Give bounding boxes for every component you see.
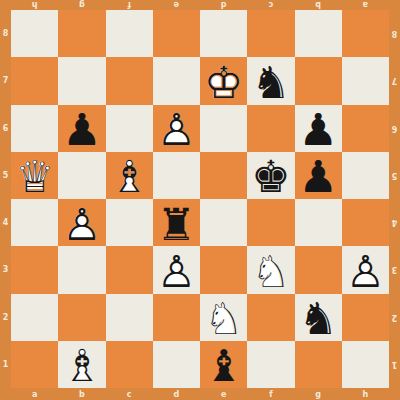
rank-label-right-3: 3: [389, 246, 400, 293]
black-pawn[interactable]: ♟: [298, 155, 337, 199]
white-bishop[interactable]: ♝♗: [109, 155, 148, 199]
coords-left: 87654321: [0, 10, 11, 388]
black-pawn[interactable]: ♟: [62, 108, 101, 152]
square-d6[interactable]: ♟♙: [153, 105, 200, 152]
square-h3[interactable]: ♟♙: [342, 246, 389, 293]
white-knight-outline: ♘: [251, 246, 290, 297]
square-f4[interactable]: [247, 199, 294, 246]
square-d4[interactable]: ♜: [153, 199, 200, 246]
rank-label-left-8: 8: [0, 10, 11, 57]
file-label-bottom-f: f: [247, 388, 294, 400]
square-e5[interactable]: [200, 152, 247, 199]
square-d8[interactable]: [153, 10, 200, 57]
rank-label-left-1: 1: [0, 341, 11, 388]
square-h2[interactable]: [342, 294, 389, 341]
square-g6[interactable]: ♟: [295, 105, 342, 152]
white-knight-outline: ♘: [204, 293, 243, 344]
black-knight-glyph: ♞: [298, 293, 337, 344]
square-f2[interactable]: [247, 294, 294, 341]
square-h4[interactable]: [342, 199, 389, 246]
rank-label-left-5: 5: [0, 152, 11, 199]
black-knight-glyph: ♞: [251, 57, 290, 108]
square-f5[interactable]: ♚: [247, 152, 294, 199]
square-e8[interactable]: [200, 10, 247, 57]
square-c6[interactable]: [106, 105, 153, 152]
file-label-top-g: g: [58, 0, 105, 10]
rank-label-right-2: 2: [389, 294, 400, 341]
file-label-bottom-d: d: [153, 388, 200, 400]
coords-right: 87654321: [389, 10, 400, 388]
square-a2[interactable]: [11, 294, 58, 341]
file-label-top-b: b: [295, 0, 342, 10]
white-king-outline: ♔: [204, 57, 243, 108]
file-label-bottom-a: a: [11, 388, 58, 400]
square-h7[interactable]: [342, 57, 389, 104]
square-d5[interactable]: [153, 152, 200, 199]
white-bishop-outline: ♗: [109, 151, 148, 202]
file-label-top-f: f: [106, 0, 153, 10]
coords-top: abcdefgh: [11, 0, 389, 10]
square-c3[interactable]: [106, 246, 153, 293]
square-f8[interactable]: [247, 10, 294, 57]
white-pawn-outline: ♙: [62, 199, 101, 250]
file-label-top-h: h: [11, 0, 58, 10]
rank-label-left-7: 7: [0, 57, 11, 104]
square-b7[interactable]: [58, 57, 105, 104]
square-e1[interactable]: ♝: [200, 341, 247, 388]
white-pawn[interactable]: ♟♙: [62, 203, 101, 247]
square-c1[interactable]: [106, 341, 153, 388]
square-g2[interactable]: ♞: [295, 294, 342, 341]
black-knight[interactable]: ♞: [251, 61, 290, 105]
square-b5[interactable]: [58, 152, 105, 199]
square-c8[interactable]: [106, 10, 153, 57]
square-g7[interactable]: [295, 57, 342, 104]
rank-label-right-1: 1: [389, 341, 400, 388]
square-b6[interactable]: ♟: [58, 105, 105, 152]
black-pawn-glyph: ♟: [298, 104, 337, 155]
black-pawn[interactable]: ♟: [298, 108, 337, 152]
rank-label-left-6: 6: [0, 105, 11, 152]
square-a7[interactable]: [11, 57, 58, 104]
file-label-top-d: d: [200, 0, 247, 10]
board: ♚♔♞♟♟♙♟♛♕♝♗♚♟♟♙♜♟♙♞♘♟♙♞♘♞♝♗♝: [11, 10, 389, 388]
white-king[interactable]: ♚♔: [204, 61, 243, 105]
square-c5[interactable]: ♝♗: [106, 152, 153, 199]
file-label-bottom-c: c: [106, 388, 153, 400]
white-bishop-outline: ♗: [62, 340, 101, 391]
white-bishop[interactable]: ♝♗: [62, 344, 101, 388]
square-e6[interactable]: [200, 105, 247, 152]
white-pawn[interactable]: ♟♙: [346, 250, 385, 294]
square-e2[interactable]: ♞♘: [200, 294, 247, 341]
file-label-bottom-g: g: [295, 388, 342, 400]
square-g4[interactable]: [295, 199, 342, 246]
black-rook-glyph: ♜: [157, 199, 196, 250]
square-g8[interactable]: [295, 10, 342, 57]
file-label-top-a: a: [342, 0, 389, 10]
square-c2[interactable]: [106, 294, 153, 341]
rank-label-right-4: 4: [389, 199, 400, 246]
square-b4[interactable]: ♟♙: [58, 199, 105, 246]
square-d2[interactable]: [153, 294, 200, 341]
square-a6[interactable]: [11, 105, 58, 152]
square-d3[interactable]: ♟♙: [153, 246, 200, 293]
white-pawn-outline: ♙: [157, 104, 196, 155]
square-a3[interactable]: [11, 246, 58, 293]
square-f6[interactable]: [247, 105, 294, 152]
rank-label-left-4: 4: [0, 199, 11, 246]
black-bishop[interactable]: ♝: [204, 344, 243, 388]
square-f7[interactable]: ♞: [247, 57, 294, 104]
square-b3[interactable]: [58, 246, 105, 293]
square-e7[interactable]: ♚♔: [200, 57, 247, 104]
square-a5[interactable]: ♛♕: [11, 152, 58, 199]
square-a1[interactable]: [11, 341, 58, 388]
rank-label-right-6: 6: [389, 105, 400, 152]
square-a4[interactable]: [11, 199, 58, 246]
square-g1[interactable]: [295, 341, 342, 388]
black-king-glyph: ♚: [251, 151, 290, 202]
white-pawn[interactable]: ♟♙: [157, 108, 196, 152]
square-c7[interactable]: [106, 57, 153, 104]
square-h5[interactable]: [342, 152, 389, 199]
black-king[interactable]: ♚: [251, 155, 290, 199]
square-f1[interactable]: [247, 341, 294, 388]
rank-label-right-7: 7: [389, 57, 400, 104]
rank-label-left-3: 3: [0, 246, 11, 293]
white-pawn[interactable]: ♟♙: [157, 250, 196, 294]
rank-label-right-8: 8: [389, 10, 400, 57]
square-h1[interactable]: [342, 341, 389, 388]
square-b2[interactable]: [58, 294, 105, 341]
square-g5[interactable]: ♟: [295, 152, 342, 199]
black-knight[interactable]: ♞: [298, 297, 337, 341]
square-g3[interactable]: [295, 246, 342, 293]
black-rook[interactable]: ♜: [157, 203, 196, 247]
square-d1[interactable]: [153, 341, 200, 388]
white-knight[interactable]: ♞♘: [204, 297, 243, 341]
white-pawn-outline: ♙: [157, 246, 196, 297]
chessboard-frame: abcdefgh abcdefgh 87654321 87654321 ♚♔♞♟…: [0, 0, 400, 400]
square-d7[interactable]: [153, 57, 200, 104]
file-label-top-e: e: [153, 0, 200, 10]
white-knight[interactable]: ♞♘: [251, 250, 290, 294]
white-queen[interactable]: ♛♕: [15, 155, 54, 199]
square-c4[interactable]: [106, 199, 153, 246]
file-label-top-c: c: [247, 0, 294, 10]
square-h6[interactable]: [342, 105, 389, 152]
black-pawn-glyph: ♟: [298, 151, 337, 202]
square-e4[interactable]: [200, 199, 247, 246]
black-pawn-glyph: ♟: [62, 104, 101, 155]
white-queen-outline: ♕: [15, 151, 54, 202]
square-b1[interactable]: ♝♗: [58, 341, 105, 388]
black-bishop-glyph: ♝: [204, 340, 243, 391]
rank-label-left-2: 2: [0, 294, 11, 341]
white-pawn-outline: ♙: [346, 246, 385, 297]
square-a8[interactable]: [11, 10, 58, 57]
square-f3[interactable]: ♞♘: [247, 246, 294, 293]
file-label-bottom-h: h: [342, 388, 389, 400]
square-h8[interactable]: [342, 10, 389, 57]
square-e3[interactable]: [200, 246, 247, 293]
rank-label-right-5: 5: [389, 152, 400, 199]
square-b8[interactable]: [58, 10, 105, 57]
